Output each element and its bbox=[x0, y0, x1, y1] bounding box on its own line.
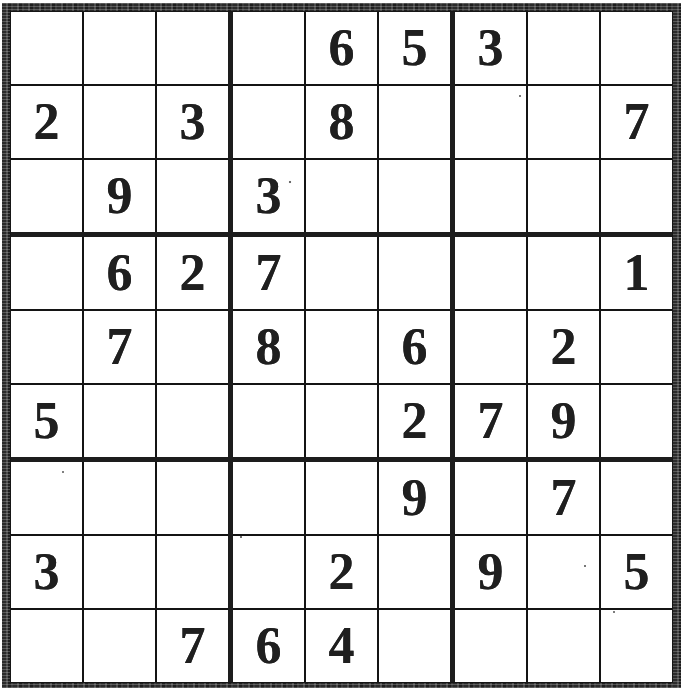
cell-r7c5 bbox=[306, 462, 377, 534]
cell-r4c4: 7 bbox=[233, 237, 304, 309]
cell-r7c7 bbox=[455, 462, 526, 534]
cell-r3c9 bbox=[601, 160, 672, 232]
cell-r9c9 bbox=[601, 610, 672, 682]
cell-r6c9 bbox=[601, 385, 672, 457]
cell-r1c2 bbox=[84, 12, 155, 84]
box-3: 37 bbox=[455, 12, 672, 232]
cell-r7c8: 7 bbox=[528, 462, 599, 534]
cell-r2c3: 3 bbox=[157, 86, 228, 158]
cell-r4c1 bbox=[11, 237, 82, 309]
cell-r3c2: 9 bbox=[84, 160, 155, 232]
board-frame: 239658337627578621279379264795 bbox=[2, 3, 681, 688]
cell-r2c7 bbox=[455, 86, 526, 158]
cell-r8c4 bbox=[233, 536, 304, 608]
cell-r1c1 bbox=[11, 12, 82, 84]
cell-r1c7: 3 bbox=[455, 12, 526, 84]
cell-r3c1 bbox=[11, 160, 82, 232]
cell-r8c5: 2 bbox=[306, 536, 377, 608]
cell-r8c6 bbox=[379, 536, 450, 608]
cell-r4c8 bbox=[528, 237, 599, 309]
cell-r4c5 bbox=[306, 237, 377, 309]
cell-r1c3 bbox=[157, 12, 228, 84]
cell-r7c2 bbox=[84, 462, 155, 534]
cell-r4c6 bbox=[379, 237, 450, 309]
cell-r2c8 bbox=[528, 86, 599, 158]
cell-r7c9 bbox=[601, 462, 672, 534]
cell-r2c9: 7 bbox=[601, 86, 672, 158]
cell-r7c4 bbox=[233, 462, 304, 534]
cell-r9c5: 4 bbox=[306, 610, 377, 682]
cell-r4c9: 1 bbox=[601, 237, 672, 309]
box-2: 6583 bbox=[233, 12, 450, 232]
cell-r9c8 bbox=[528, 610, 599, 682]
cell-r2c2 bbox=[84, 86, 155, 158]
cell-r6c8: 9 bbox=[528, 385, 599, 457]
cell-r9c2 bbox=[84, 610, 155, 682]
cell-r6c5 bbox=[306, 385, 377, 457]
cell-r8c3 bbox=[157, 536, 228, 608]
cell-r1c8 bbox=[528, 12, 599, 84]
cell-r2c5: 8 bbox=[306, 86, 377, 158]
cell-r6c3 bbox=[157, 385, 228, 457]
cell-r1c4 bbox=[233, 12, 304, 84]
cell-r3c4: 3 bbox=[233, 160, 304, 232]
box-1: 239 bbox=[11, 12, 228, 232]
cell-r4c7 bbox=[455, 237, 526, 309]
cell-r5c2: 7 bbox=[84, 311, 155, 383]
cell-r3c8 bbox=[528, 160, 599, 232]
cell-r9c4: 6 bbox=[233, 610, 304, 682]
cell-r7c1 bbox=[11, 462, 82, 534]
cell-r9c1 bbox=[11, 610, 82, 682]
cell-r3c5 bbox=[306, 160, 377, 232]
cell-r7c6: 9 bbox=[379, 462, 450, 534]
box-7: 37 bbox=[11, 462, 228, 682]
box-6: 1279 bbox=[455, 237, 672, 457]
cell-r8c9: 5 bbox=[601, 536, 672, 608]
cell-r8c2 bbox=[84, 536, 155, 608]
cell-r2c4 bbox=[233, 86, 304, 158]
cell-r3c3 bbox=[157, 160, 228, 232]
cell-r6c1: 5 bbox=[11, 385, 82, 457]
cell-r7c3 bbox=[157, 462, 228, 534]
cell-r6c7: 7 bbox=[455, 385, 526, 457]
cell-r5c6: 6 bbox=[379, 311, 450, 383]
cell-r5c3 bbox=[157, 311, 228, 383]
cell-r5c4: 8 bbox=[233, 311, 304, 383]
cell-r1c5: 6 bbox=[306, 12, 377, 84]
box-9: 795 bbox=[455, 462, 672, 682]
box-5: 7862 bbox=[233, 237, 450, 457]
cell-r3c6 bbox=[379, 160, 450, 232]
cell-r1c6: 5 bbox=[379, 12, 450, 84]
cell-r5c7 bbox=[455, 311, 526, 383]
cell-r9c3: 7 bbox=[157, 610, 228, 682]
cell-r4c3: 2 bbox=[157, 237, 228, 309]
cell-r3c7 bbox=[455, 160, 526, 232]
cell-r2c6 bbox=[379, 86, 450, 158]
cell-r8c7: 9 bbox=[455, 536, 526, 608]
cell-r6c2 bbox=[84, 385, 155, 457]
cell-r5c5 bbox=[306, 311, 377, 383]
cell-r6c4 bbox=[233, 385, 304, 457]
cell-r1c9 bbox=[601, 12, 672, 84]
cell-r9c6 bbox=[379, 610, 450, 682]
cell-r9c7 bbox=[455, 610, 526, 682]
cell-r8c8 bbox=[528, 536, 599, 608]
cell-r4c2: 6 bbox=[84, 237, 155, 309]
cell-r6c6: 2 bbox=[379, 385, 450, 457]
cell-r2c1: 2 bbox=[11, 86, 82, 158]
box-8: 9264 bbox=[233, 462, 450, 682]
cell-r5c8: 2 bbox=[528, 311, 599, 383]
cell-r8c1: 3 bbox=[11, 536, 82, 608]
sudoku-board: 239658337627578621279379264795 bbox=[10, 11, 673, 683]
cell-r5c9 bbox=[601, 311, 672, 383]
cell-r5c1 bbox=[11, 311, 82, 383]
sudoku-scan: 239658337627578621279379264795 bbox=[0, 0, 682, 688]
box-4: 6275 bbox=[11, 237, 228, 457]
